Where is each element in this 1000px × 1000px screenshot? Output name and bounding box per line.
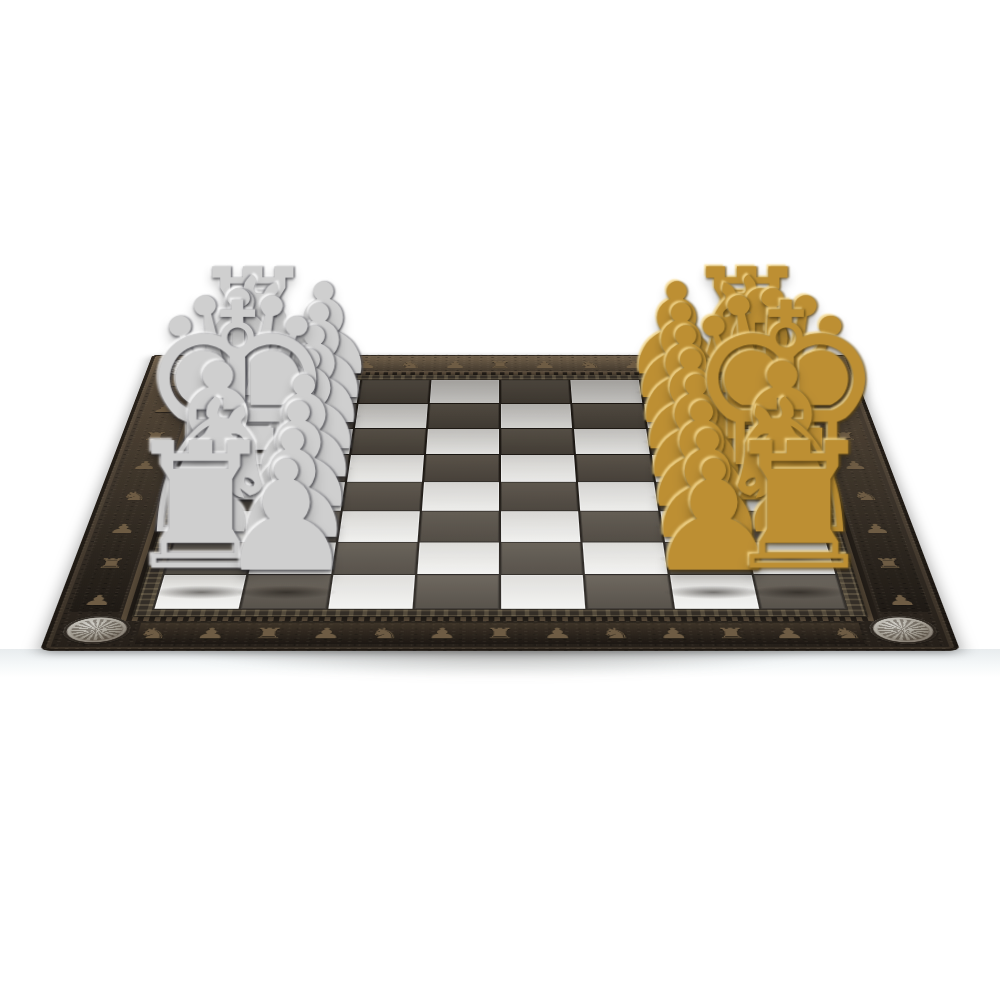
square-g4[interactable] <box>417 542 499 574</box>
photo-stage: ♞ ♟ ♜ ♟ ♞ ♟ ♜ ♟ ♞ ♟ ♜ ♟ ♞ ♟ ♜ ♟ ♞ ♟ ♜ ♟ … <box>0 0 1000 1000</box>
square-h5[interactable] <box>501 575 585 609</box>
piece-black-rook-h8[interactable]: ♜ <box>702 419 897 594</box>
square-g5[interactable] <box>501 542 583 574</box>
square-d4[interactable] <box>424 455 499 482</box>
square-f4[interactable] <box>419 511 499 541</box>
square-a4[interactable] <box>430 380 500 403</box>
square-h4[interactable] <box>414 575 498 609</box>
chessboard-3d: ♞ ♟ ♜ ♟ ♞ ♟ ♜ ♟ ♞ ♟ ♜ ♟ ♞ ♟ ♜ ♟ ♞ ♟ ♜ ♟ … <box>40 355 960 651</box>
square-e5[interactable] <box>501 482 578 510</box>
perspective-scene: ♞ ♟ ♜ ♟ ♞ ♟ ♜ ♟ ♞ ♟ ♜ ♟ ♞ ♟ ♜ ♟ ♞ ♟ ♜ ♟ … <box>0 0 1000 1000</box>
piece-white-pawn-h2[interactable]: ♟ <box>189 441 384 594</box>
square-e4[interactable] <box>422 482 499 510</box>
square-f5[interactable] <box>501 511 581 541</box>
square-d5[interactable] <box>501 455 576 482</box>
square-a5[interactable] <box>501 380 571 403</box>
